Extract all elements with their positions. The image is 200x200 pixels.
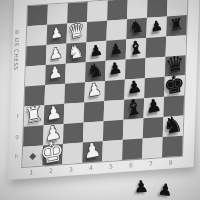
square-f6: ♝ [124, 98, 145, 119]
black-bishop-c6: ♝ [127, 37, 144, 58]
board-grid: ♟♛♞♟♜♟♞♟♟♝♟♞♟♛♟♟♚♜♟♝♟♟♞◆♚♟ [21, 0, 188, 168]
square-f1: ♜ [24, 105, 45, 126]
white-pawn-f2: ♟ [45, 103, 62, 123]
black-pawn-c4: ♟ [89, 42, 103, 59]
black-pawn-e6: ♟ [126, 78, 142, 97]
square-f2: ♟ [44, 104, 65, 125]
captured-black-pawn: ♟ [157, 181, 173, 198]
square-a3 [67, 2, 88, 23]
square-a4 [87, 1, 108, 22]
white-pawn-b2: ♟ [50, 26, 63, 42]
square-g1 [23, 125, 44, 146]
white-pawn-c2: ♟ [49, 45, 63, 62]
square-b5 [106, 19, 127, 40]
black-knight-d4: ♞ [86, 59, 104, 81]
square-a7 [147, 0, 168, 18]
square-a6 [127, 0, 148, 19]
square-h7 [142, 137, 163, 158]
vinyl-board: © US CHESS fgh 12345678 ♟♛♞♟♜♟♞♟♟♝♟♞♟♛♟♟… [8, 0, 200, 180]
square-b8: ♜ [166, 15, 187, 36]
square-b4 [86, 21, 107, 42]
square-f8 [163, 95, 184, 116]
black-bishop-f6: ♝ [123, 95, 144, 120]
square-h4: ♟ [82, 141, 103, 162]
square-g7 [143, 117, 164, 138]
square-d7 [145, 57, 166, 78]
square-e5 [104, 80, 125, 101]
white-pawn-g2: ♟ [44, 123, 62, 144]
square-h1: ◆ [22, 145, 43, 166]
file-label-d [13, 65, 25, 86]
square-h8 [162, 136, 183, 157]
square-e3 [64, 82, 85, 103]
white-pawn-d2: ♟ [48, 65, 63, 83]
square-e2 [44, 84, 65, 105]
square-a2 [47, 3, 68, 24]
square-c7 [146, 37, 167, 58]
file-label-b [15, 25, 27, 46]
square-c8 [166, 35, 187, 56]
square-c4: ♟ [86, 41, 107, 62]
square-f5 [104, 100, 125, 121]
square-d8: ♛ [165, 55, 186, 76]
black-queen-d8: ♛ [164, 52, 185, 77]
file-label-h: h [10, 146, 22, 167]
board-logo-diamond-icon: ◆ [29, 151, 36, 161]
black-pawn-b7: ♟ [150, 19, 163, 35]
square-e6: ♟ [124, 78, 145, 99]
black-pawn-c5: ♟ [109, 41, 123, 58]
square-g8: ♞ [163, 116, 184, 137]
square-c1 [26, 45, 47, 66]
file-label-g: g [11, 126, 23, 147]
white-queen-b3: ♛ [67, 21, 85, 43]
square-b6: ♞ [126, 18, 147, 39]
black-pawn-d5: ♟ [107, 60, 122, 78]
captured-black-pawn: ♟ [133, 179, 148, 196]
square-c6: ♝ [126, 38, 147, 59]
file-label-f: f [12, 106, 24, 127]
square-c3: ♞ [66, 42, 87, 63]
white-rook-f1: ♜ [24, 103, 44, 126]
square-a8 [167, 0, 188, 16]
square-b2: ♟ [47, 23, 68, 44]
square-g6 [123, 118, 144, 139]
white-knight-c3: ♞ [67, 41, 84, 62]
square-g4 [83, 121, 104, 142]
square-b7: ♟ [146, 16, 167, 37]
file-label-a [15, 5, 27, 26]
square-f3 [64, 102, 85, 123]
square-f7: ♟ [143, 97, 164, 118]
file-label-c [14, 45, 26, 66]
white-pawn-h4: ♟ [83, 139, 102, 161]
square-d5: ♟ [105, 59, 126, 80]
black-rook-b8: ♜ [169, 16, 184, 34]
chessboard-photo: © US CHESS fgh 12345678 ♟♛♞♟♜♟♞♟♟♝♟♞♟♛♟♟… [0, 0, 200, 200]
square-g2: ♟ [43, 124, 64, 145]
square-d1 [25, 65, 46, 86]
square-f4 [84, 101, 105, 122]
square-a5 [107, 0, 128, 21]
square-h2: ♚ [42, 144, 63, 165]
square-h3 [62, 143, 83, 164]
square-d2: ♟ [45, 64, 66, 85]
square-e7 [144, 77, 165, 98]
square-c5: ♟ [106, 39, 127, 60]
square-e8: ♚ [164, 75, 185, 96]
square-b3: ♛ [66, 22, 87, 43]
square-c2: ♟ [46, 44, 67, 65]
square-h6 [122, 138, 143, 159]
square-h5 [102, 140, 123, 161]
square-e1 [24, 85, 45, 106]
square-d4: ♞ [85, 61, 106, 82]
white-pawn-e4: ♟ [86, 81, 102, 100]
square-b1 [27, 25, 48, 46]
file-label-e [13, 86, 25, 107]
square-g5 [103, 120, 124, 141]
black-knight-b6: ♞ [128, 18, 144, 37]
black-pawn-f7: ♟ [145, 96, 162, 116]
square-a1 [27, 5, 48, 26]
square-d3 [65, 62, 86, 83]
square-e4: ♟ [84, 81, 105, 102]
square-g3 [63, 123, 84, 144]
square-d6 [125, 58, 146, 79]
